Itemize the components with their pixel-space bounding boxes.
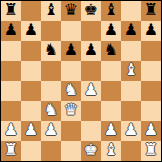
square-e2[interactable] [81,121,101,141]
square-b7[interactable]: ♟ [21,21,41,41]
white-pawn[interactable]: ♟ [4,122,18,138]
white-knight[interactable]: ♞ [64,82,78,98]
white-bishop[interactable]: ♝ [124,62,138,78]
square-g6[interactable] [121,41,141,61]
square-a8[interactable]: ♜ [1,1,21,21]
white-king[interactable]: ♚ [84,142,98,158]
black-rook[interactable]: ♜ [144,2,158,18]
square-f3[interactable] [101,101,121,121]
white-pawn[interactable]: ♟ [24,122,38,138]
square-f6[interactable]: ♞ [101,41,121,61]
square-a7[interactable]: ♟ [1,21,21,41]
chess-board: ♜♝♛♚♝♜♟♟♟♟♟♞♟♟♞♝♞♟♞♛♟♟♟♟♟♟♜♚♝♜ [0,0,162,162]
square-f4[interactable] [101,81,121,101]
square-h2[interactable]: ♟ [141,121,161,141]
square-g2[interactable]: ♟ [121,121,141,141]
white-queen[interactable]: ♛ [64,102,78,118]
square-d7[interactable] [61,21,81,41]
square-c3[interactable]: ♞ [41,101,61,121]
square-h4[interactable] [141,81,161,101]
square-a6[interactable] [1,41,21,61]
square-a4[interactable] [1,81,21,101]
square-f1[interactable]: ♝ [101,141,121,161]
square-c7[interactable] [41,21,61,41]
black-pawn[interactable]: ♟ [124,22,138,38]
square-d5[interactable] [61,61,81,81]
square-a5[interactable] [1,61,21,81]
square-d3[interactable]: ♛ [61,101,81,121]
square-d1[interactable] [61,141,81,161]
square-d6[interactable]: ♟ [61,41,81,61]
black-pawn[interactable]: ♟ [104,22,118,38]
square-h7[interactable]: ♟ [141,21,161,41]
square-b5[interactable] [21,61,41,81]
square-b3[interactable] [21,101,41,121]
white-bishop[interactable]: ♝ [104,142,118,158]
square-h6[interactable] [141,41,161,61]
square-e1[interactable]: ♚ [81,141,101,161]
square-f5[interactable] [101,61,121,81]
black-pawn[interactable]: ♟ [144,22,158,38]
black-pawn[interactable]: ♟ [84,42,98,58]
white-pawn[interactable]: ♟ [84,82,98,98]
square-c1[interactable] [41,141,61,161]
square-e5[interactable] [81,61,101,81]
square-f7[interactable]: ♟ [101,21,121,41]
square-b4[interactable] [21,81,41,101]
square-e7[interactable] [81,21,101,41]
black-pawn[interactable]: ♟ [4,22,18,38]
white-pawn[interactable]: ♟ [144,122,158,138]
square-c4[interactable] [41,81,61,101]
square-b2[interactable]: ♟ [21,121,41,141]
white-pawn[interactable]: ♟ [124,122,138,138]
square-h1[interactable]: ♜ [141,141,161,161]
black-bishop[interactable]: ♝ [44,2,58,18]
black-rook[interactable]: ♜ [4,2,18,18]
square-f8[interactable]: ♝ [101,1,121,21]
square-a1[interactable]: ♜ [1,141,21,161]
black-knight[interactable]: ♞ [44,42,58,58]
square-b6[interactable] [21,41,41,61]
square-b8[interactable] [21,1,41,21]
square-d4[interactable]: ♞ [61,81,81,101]
square-g8[interactable] [121,1,141,21]
square-a3[interactable] [1,101,21,121]
square-e6[interactable]: ♟ [81,41,101,61]
square-e4[interactable]: ♟ [81,81,101,101]
black-bishop[interactable]: ♝ [104,2,118,18]
black-queen[interactable]: ♛ [64,2,78,18]
black-pawn[interactable]: ♟ [64,42,78,58]
square-e8[interactable]: ♚ [81,1,101,21]
white-knight[interactable]: ♞ [44,102,58,118]
square-a2[interactable]: ♟ [1,121,21,141]
white-pawn[interactable]: ♟ [44,122,58,138]
square-h8[interactable]: ♜ [141,1,161,21]
square-d8[interactable]: ♛ [61,1,81,21]
square-c2[interactable]: ♟ [41,121,61,141]
square-b1[interactable] [21,141,41,161]
square-h3[interactable] [141,101,161,121]
square-h5[interactable] [141,61,161,81]
square-c5[interactable] [41,61,61,81]
square-g7[interactable]: ♟ [121,21,141,41]
square-g5[interactable]: ♝ [121,61,141,81]
square-f2[interactable]: ♟ [101,121,121,141]
black-pawn[interactable]: ♟ [24,22,38,38]
square-c8[interactable]: ♝ [41,1,61,21]
square-d2[interactable] [61,121,81,141]
square-e3[interactable] [81,101,101,121]
white-pawn[interactable]: ♟ [104,122,118,138]
black-knight[interactable]: ♞ [104,42,118,58]
square-g3[interactable] [121,101,141,121]
square-g4[interactable] [121,81,141,101]
square-c6[interactable]: ♞ [41,41,61,61]
white-rook[interactable]: ♜ [144,142,158,158]
white-rook[interactable]: ♜ [4,142,18,158]
black-king[interactable]: ♚ [84,2,98,18]
square-g1[interactable] [121,141,141,161]
